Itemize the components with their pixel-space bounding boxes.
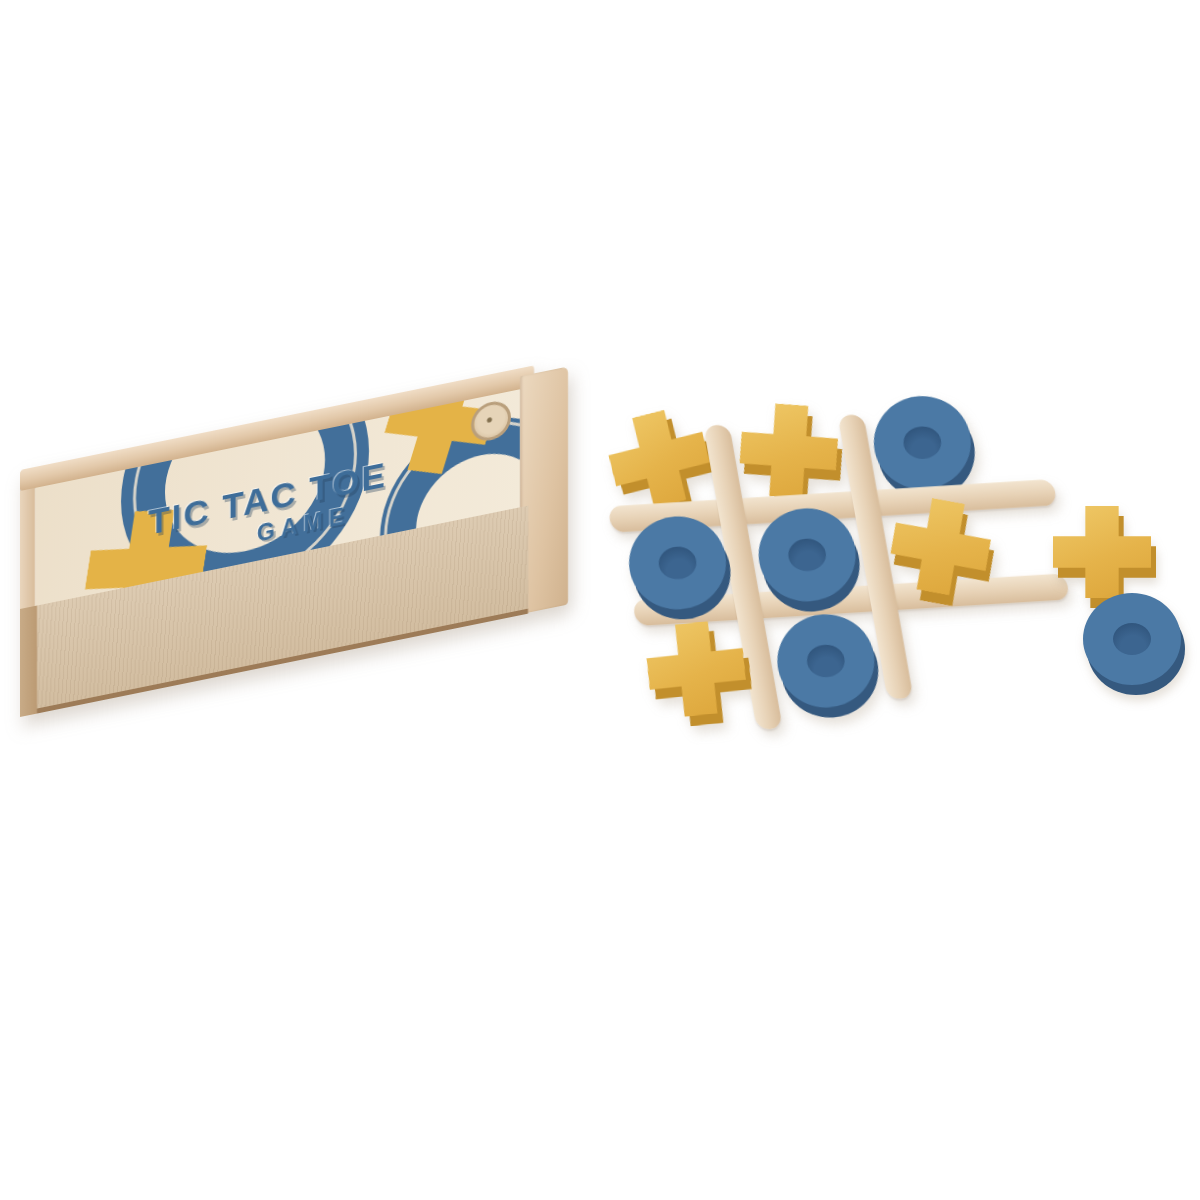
board-cell-0-2 <box>861 395 983 490</box>
spare-piece-slot-2 <box>1083 593 1183 687</box>
piece-o-top <box>1083 593 1181 685</box>
piece-o <box>874 396 971 489</box>
piece-x <box>1053 506 1151 598</box>
piece-o <box>1083 593 1181 685</box>
board-cell-2-2 <box>898 603 1021 702</box>
piece-o <box>777 614 874 707</box>
piece-x-top <box>737 401 840 501</box>
board-cell-0-0 <box>602 412 716 506</box>
piece-o-top <box>759 508 856 601</box>
board-cell-1-2 <box>881 509 1000 584</box>
piece-o <box>759 508 856 601</box>
piece-x-top <box>643 618 749 721</box>
piece-x-top <box>1053 506 1151 598</box>
board-cell-2-0 <box>639 620 754 718</box>
piece-o-top <box>777 614 874 707</box>
board-cell-1-1 <box>747 518 868 593</box>
spare-piece-slot-1 <box>1053 506 1153 600</box>
board-cell-0-1 <box>727 404 851 499</box>
game-box: TIC TAC TOE GAME <box>14 398 614 758</box>
box-left-rail <box>20 488 35 609</box>
piece-x <box>601 402 717 516</box>
game-box-body: TIC TAC TOE GAME <box>20 359 568 718</box>
piece-o <box>627 514 729 612</box>
tic-tac-toe-board <box>602 395 1021 718</box>
piece-o-top <box>874 396 971 489</box>
piece-x <box>885 492 996 601</box>
piece-x <box>737 401 840 501</box>
piece-x <box>643 618 749 721</box>
board-cell-2-1 <box>763 612 888 711</box>
box-front-left-cap <box>20 606 37 717</box>
product-photo-scene: TIC TAC TOE GAME <box>0 0 1200 1200</box>
piece-x-top <box>601 402 717 516</box>
board-cell-1-0 <box>622 526 733 600</box>
piece-x-top <box>885 492 996 601</box>
